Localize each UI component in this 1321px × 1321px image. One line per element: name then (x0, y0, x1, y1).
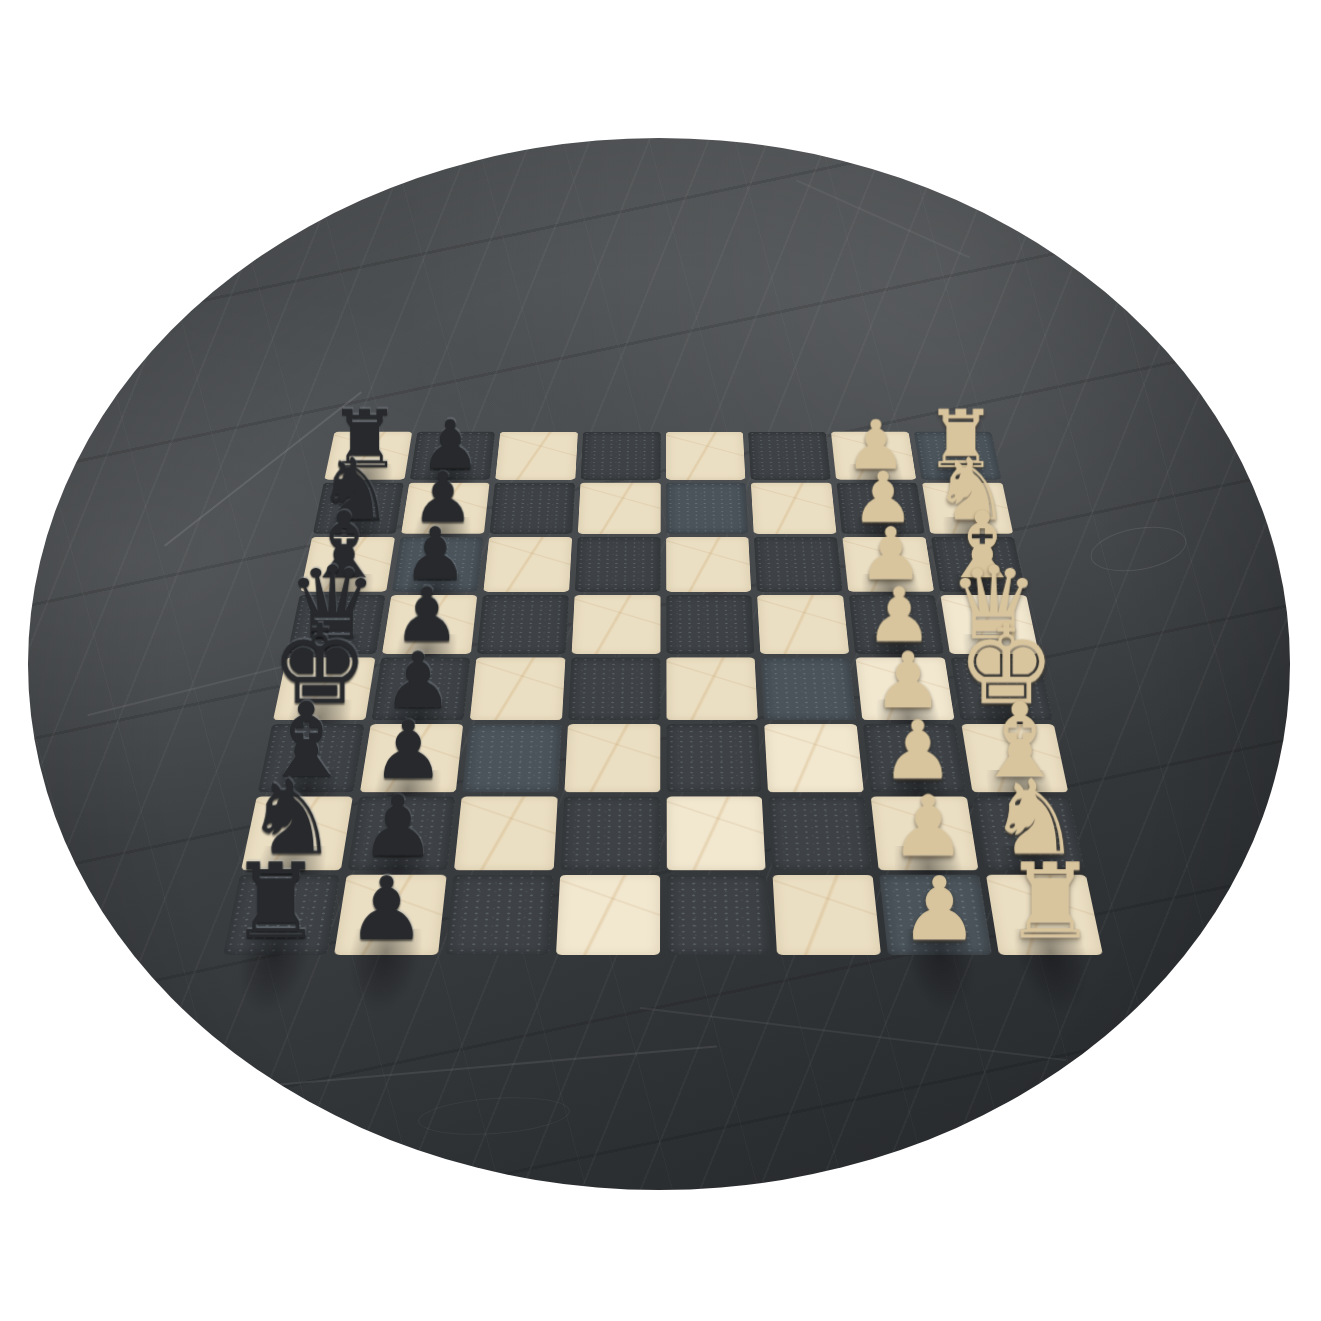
square-e6 (470, 657, 566, 720)
square-g5 (560, 797, 660, 871)
square-d3 (757, 595, 849, 654)
piece-black-pawn-g7: ♟ (360, 787, 436, 867)
square-h2: ♟ (880, 875, 993, 955)
square-a3 (748, 432, 831, 480)
square-h1: ♜ (986, 875, 1103, 955)
square-b5 (578, 483, 661, 534)
piece-black-pawn-h7: ♟ (347, 867, 426, 950)
square-f4 (666, 724, 762, 792)
piece-black-rook-h8: ♜ (229, 852, 322, 951)
chess-board: ♜♟♟♜♞♟♟♞♝♟♟♝♛♟♟♛♚♟♟♚♝♟♟♝♞♟♟♞♜♟♟♜ (223, 432, 1103, 955)
photo-background: ♜♟♟♜♞♟♟♞♝♟♟♝♛♟♟♛♚♟♟♚♝♟♟♝♞♟♟♞♜♟♟♜ (0, 0, 1321, 1321)
square-d5 (571, 595, 660, 654)
square-f5 (564, 724, 660, 792)
square-d6 (477, 595, 569, 654)
square-a5 (580, 432, 660, 480)
board-grid: ♜♟♟♜♞♟♟♞♝♟♟♝♛♟♟♛♚♟♟♚♝♟♟♝♞♟♟♞♜♟♟♜ (223, 432, 1103, 955)
square-g4 (666, 797, 766, 871)
square-c4 (666, 537, 752, 592)
square-e4 (666, 657, 758, 720)
square-h6 (445, 875, 553, 955)
square-g6 (454, 797, 558, 871)
square-c3 (754, 537, 843, 592)
square-e5 (568, 657, 660, 720)
square-e3 (761, 657, 857, 720)
square-b6 (489, 483, 575, 534)
square-f6 (462, 724, 561, 792)
piece-cream-pawn-h2: ♟ (900, 867, 979, 950)
square-f3 (765, 724, 864, 792)
square-g3 (769, 797, 873, 871)
square-d4 (666, 595, 755, 654)
square-h7: ♟ (334, 875, 447, 955)
square-a6 (495, 432, 578, 480)
square-b3 (751, 483, 837, 534)
square-b4 (666, 483, 749, 534)
piece-cream-rook-h1: ♜ (1004, 852, 1097, 951)
square-a4 (666, 432, 746, 480)
square-h5 (556, 875, 660, 955)
square-h3 (773, 875, 881, 955)
piece-cream-pawn-g2: ♟ (891, 787, 967, 867)
square-c5 (575, 537, 661, 592)
square-c6 (483, 537, 572, 592)
square-h8: ♜ (223, 875, 340, 955)
square-h4 (666, 875, 770, 955)
